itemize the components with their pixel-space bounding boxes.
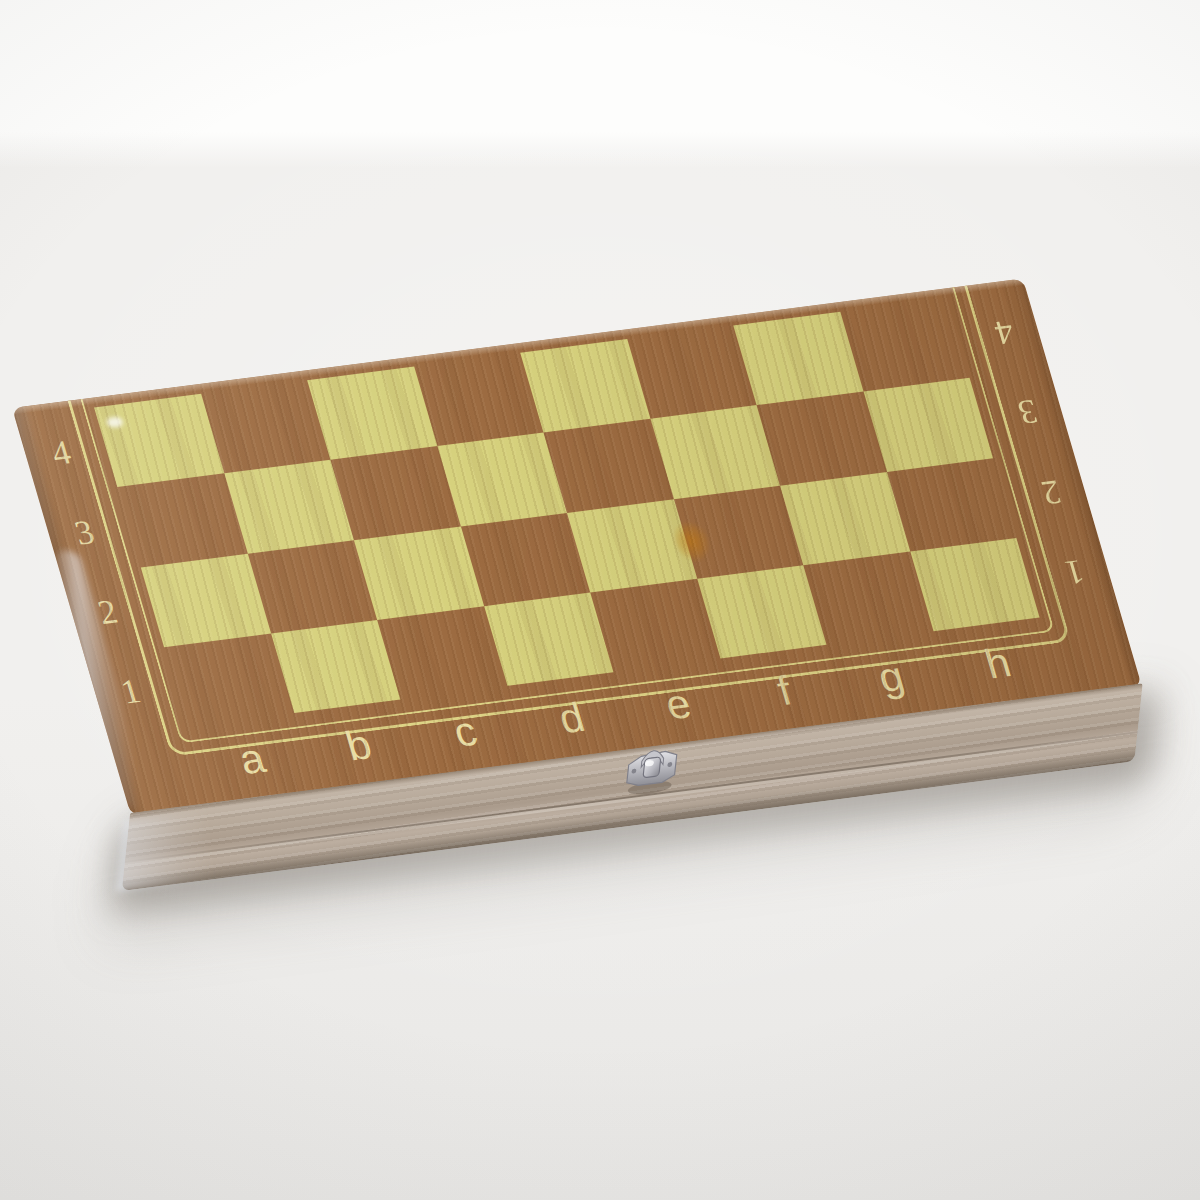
metal-clasp-icon <box>618 732 686 804</box>
rank-label-right-2: 2 <box>1011 448 1092 535</box>
square-h4 <box>840 298 970 391</box>
rank-label-right-4: 4 <box>964 289 1045 376</box>
square-h3 <box>863 378 993 471</box>
rank-label-left-3: 3 <box>44 489 125 576</box>
file-label-f: f <box>723 653 847 728</box>
rank-label-right-3: 3 <box>987 368 1068 455</box>
square-h1 <box>910 538 1040 631</box>
file-label-a: a <box>190 722 314 797</box>
file-label-h: h <box>936 626 1060 701</box>
shrink-wrap-highlight-front <box>116 806 233 892</box>
product-photo-scene: abcdefgh 4321 4321 <box>0 0 1200 1200</box>
file-label-d: d <box>509 681 633 756</box>
file-label-e: e <box>616 667 740 742</box>
rank-label-right-1: 1 <box>1034 528 1115 615</box>
rank-label-left-4: 4 <box>21 409 102 496</box>
rank-label-left-2: 2 <box>67 569 148 656</box>
rank-label-left-1: 1 <box>91 649 172 736</box>
file-label-c: c <box>403 694 527 769</box>
file-label-b: b <box>296 708 420 783</box>
square-h2 <box>886 458 1016 551</box>
file-label-g: g <box>829 640 953 715</box>
